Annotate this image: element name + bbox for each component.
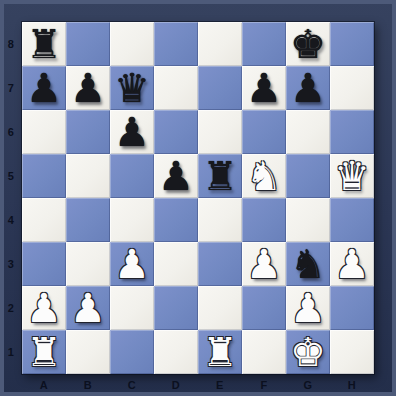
square-e1[interactable]: ♜ [198,330,242,374]
square-c5[interactable] [110,154,154,198]
rank-label-2: 2 [0,286,22,330]
square-b5[interactable] [66,154,110,198]
square-a5[interactable] [22,154,66,198]
piece-white-pawn[interactable]: ♟ [70,287,106,330]
rank-label-8: 8 [0,22,22,66]
square-c1[interactable] [110,330,154,374]
square-h8[interactable] [330,22,374,66]
square-h1[interactable] [330,330,374,374]
file-label-d: D [154,374,198,396]
file-label-b: B [66,374,110,396]
piece-black-rook[interactable]: ♜ [202,155,238,198]
square-b7[interactable]: ♟ [66,66,110,110]
square-a4[interactable] [22,198,66,242]
rank-label-6: 6 [0,110,22,154]
piece-white-rook[interactable]: ♜ [202,331,238,374]
square-g8[interactable]: ♚ [286,22,330,66]
piece-black-king[interactable]: ♚ [290,23,326,66]
piece-black-pawn[interactable]: ♟ [70,67,106,110]
square-d5[interactable]: ♟ [154,154,198,198]
square-a3[interactable] [22,242,66,286]
piece-black-queen[interactable]: ♛ [114,67,150,110]
file-label-c: C [110,374,154,396]
square-f4[interactable] [242,198,286,242]
square-e3[interactable] [198,242,242,286]
square-g7[interactable]: ♟ [286,66,330,110]
square-a8[interactable]: ♜ [22,22,66,66]
rank-labels: 87654321 [0,22,22,374]
piece-white-pawn[interactable]: ♟ [26,287,62,330]
square-b6[interactable] [66,110,110,154]
file-labels: ABCDEFGH [22,374,374,396]
square-d7[interactable] [154,66,198,110]
rank-label-7: 7 [0,66,22,110]
chess-board-frame: 87654321 ♜♚♟♟♛♟♟♟♟♜♞♛♟♟♞♟♟♟♟♜♜♚ ABCDEFGH [0,0,396,396]
square-b4[interactable] [66,198,110,242]
square-c3[interactable]: ♟ [110,242,154,286]
square-g1[interactable]: ♚ [286,330,330,374]
square-b8[interactable] [66,22,110,66]
file-label-f: F [242,374,286,396]
chess-board[interactable]: ♜♚♟♟♛♟♟♟♟♜♞♛♟♟♞♟♟♟♟♜♜♚ [22,22,374,374]
square-f6[interactable] [242,110,286,154]
square-a7[interactable]: ♟ [22,66,66,110]
piece-white-pawn[interactable]: ♟ [246,243,282,286]
piece-black-rook[interactable]: ♜ [26,23,62,66]
piece-black-knight[interactable]: ♞ [290,243,326,286]
square-d4[interactable] [154,198,198,242]
square-g3[interactable]: ♞ [286,242,330,286]
square-g4[interactable] [286,198,330,242]
file-label-h: H [330,374,374,396]
square-h4[interactable] [330,198,374,242]
file-label-g: G [286,374,330,396]
piece-black-pawn[interactable]: ♟ [246,67,282,110]
square-g6[interactable] [286,110,330,154]
rank-label-5: 5 [0,154,22,198]
square-f2[interactable] [242,286,286,330]
square-h2[interactable] [330,286,374,330]
piece-white-queen[interactable]: ♛ [334,155,370,198]
square-b2[interactable]: ♟ [66,286,110,330]
piece-black-pawn[interactable]: ♟ [158,155,194,198]
square-g2[interactable]: ♟ [286,286,330,330]
square-d3[interactable] [154,242,198,286]
square-h5[interactable]: ♛ [330,154,374,198]
square-d2[interactable] [154,286,198,330]
square-f5[interactable]: ♞ [242,154,286,198]
square-d6[interactable] [154,110,198,154]
square-e6[interactable] [198,110,242,154]
piece-white-pawn[interactable]: ♟ [114,243,150,286]
square-f8[interactable] [242,22,286,66]
piece-white-rook[interactable]: ♜ [26,331,62,374]
piece-white-pawn[interactable]: ♟ [290,287,326,330]
square-c2[interactable] [110,286,154,330]
file-label-e: E [198,374,242,396]
piece-white-king[interactable]: ♚ [290,331,326,374]
square-f1[interactable] [242,330,286,374]
square-e7[interactable] [198,66,242,110]
piece-black-pawn[interactable]: ♟ [290,67,326,110]
rank-label-4: 4 [0,198,22,242]
square-c8[interactable] [110,22,154,66]
square-h3[interactable]: ♟ [330,242,374,286]
square-c6[interactable]: ♟ [110,110,154,154]
square-a1[interactable]: ♜ [22,330,66,374]
square-f7[interactable]: ♟ [242,66,286,110]
piece-black-pawn[interactable]: ♟ [114,111,150,154]
file-label-a: A [22,374,66,396]
rank-label-1: 1 [0,330,22,374]
piece-white-knight[interactable]: ♞ [246,155,282,198]
square-b1[interactable] [66,330,110,374]
square-b3[interactable] [66,242,110,286]
square-c7[interactable]: ♛ [110,66,154,110]
square-h7[interactable] [330,66,374,110]
square-d8[interactable] [154,22,198,66]
square-e5[interactable]: ♜ [198,154,242,198]
square-e8[interactable] [198,22,242,66]
square-c4[interactable] [110,198,154,242]
square-d1[interactable] [154,330,198,374]
square-f3[interactable]: ♟ [242,242,286,286]
piece-white-pawn[interactable]: ♟ [334,243,370,286]
rank-label-3: 3 [0,242,22,286]
piece-black-pawn[interactable]: ♟ [26,67,62,110]
square-g5[interactable] [286,154,330,198]
square-e4[interactable] [198,198,242,242]
square-a6[interactable] [22,110,66,154]
square-h6[interactable] [330,110,374,154]
square-e2[interactable] [198,286,242,330]
square-a2[interactable]: ♟ [22,286,66,330]
